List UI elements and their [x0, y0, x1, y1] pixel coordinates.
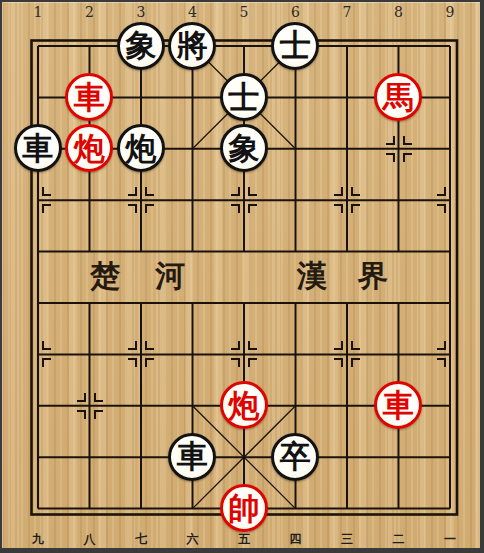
piece-red-general[interactable]: 帥: [220, 484, 268, 532]
board-points[interactable]: 象將士車士馬車炮炮象炮車車卒帥: [12, 20, 476, 534]
piece-red-horse[interactable]: 馬: [374, 73, 422, 121]
piece-black-soldier[interactable]: 卒: [271, 433, 319, 481]
xiangqi-board: 123456789 九八七六五四三二一 楚河 漢界 象將士車士馬車炮炮象炮車車卒…: [2, 2, 480, 548]
file-label-top: 1: [34, 4, 43, 20]
piece-black-elephant[interactable]: 象: [117, 22, 165, 70]
file-label-top: 6: [291, 4, 300, 20]
file-label-top: 5: [240, 4, 249, 20]
piece-black-general[interactable]: 將: [168, 22, 216, 70]
piece-red-chariot[interactable]: 車: [65, 73, 113, 121]
piece-red-cannon[interactable]: 炮: [65, 124, 113, 172]
piece-black-elephant[interactable]: 象: [220, 124, 268, 172]
file-label-top: 9: [446, 4, 455, 20]
file-label-top: 4: [188, 4, 197, 20]
piece-black-advisor[interactable]: 士: [220, 73, 268, 121]
file-label-top: 8: [394, 4, 403, 20]
piece-black-chariot[interactable]: 車: [168, 433, 216, 481]
file-label-top: 7: [343, 4, 352, 20]
file-label-top: 3: [137, 4, 146, 20]
piece-black-cannon[interactable]: 炮: [117, 124, 165, 172]
piece-red-cannon[interactable]: 炮: [220, 381, 268, 429]
piece-black-advisor[interactable]: 士: [271, 22, 319, 70]
piece-red-chariot[interactable]: 車: [374, 381, 422, 429]
file-label-top: 2: [85, 4, 94, 20]
piece-black-chariot[interactable]: 車: [14, 124, 62, 172]
screenshot-frame: 123456789 九八七六五四三二一 楚河 漢界 象將士車士馬車炮炮象炮車車卒…: [0, 0, 484, 553]
